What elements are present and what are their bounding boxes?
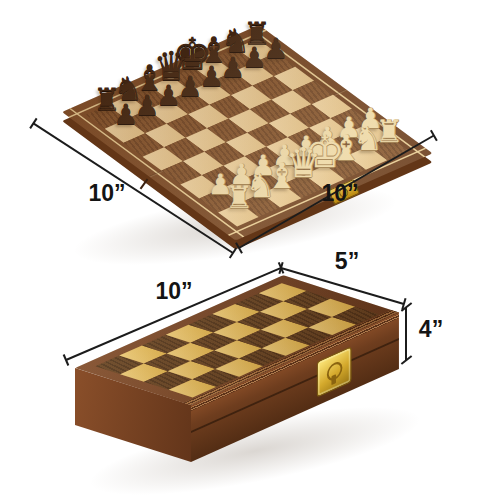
dimension-label-box-width: 5” bbox=[329, 249, 365, 274]
dimension-label-open-left: 10” bbox=[81, 181, 133, 206]
dimension-label-open-right: 10” bbox=[314, 181, 366, 206]
dimension-label-box-length: 10” bbox=[148, 279, 200, 304]
dimension-label-box-height: 4” bbox=[413, 317, 449, 342]
brass-latch-icon bbox=[317, 346, 352, 398]
product-image-canvas: ♜♞♝♛♚♝♞♜♟♟♟♟♟♟♟♟♟♟♟♟♟♟♟♟♜♞♝♛♚♝♞♜ 10” 10”… bbox=[0, 0, 500, 500]
dimension-line-box-height bbox=[405, 307, 407, 360]
